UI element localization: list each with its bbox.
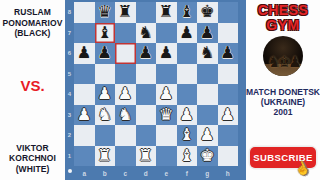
rank-label-5: 5: [65, 64, 74, 85]
square-a1: [74, 146, 95, 167]
file-labels: abcdefgh: [74, 166, 238, 180]
rank-label-7: 7: [65, 23, 74, 44]
square-g8: ♚: [197, 2, 218, 23]
rank-label-8: 8: [65, 2, 74, 23]
chess-board: 87654321 ♛♜♜♝♚♝♞♟♟♟♟♟♟♞♟♟♟♟♟♞♞♛♟♟♝♟♜♜♝♚ …: [65, 0, 246, 180]
file-label-c: c: [115, 166, 136, 180]
right-panel: CHESS GYM ♞♚♟ MATCH DONETSK (UKRAINE) 20…: [246, 0, 320, 180]
piece-white-queen: ♛: [159, 105, 174, 126]
square-e2: [156, 125, 177, 146]
square-g7: ♟: [197, 23, 218, 44]
square-f3: ♟: [177, 105, 198, 126]
piece-black-pawn: ♟: [97, 43, 112, 64]
square-a4: [74, 84, 95, 105]
square-d5: [136, 64, 157, 85]
rank-label-2: 2: [65, 125, 74, 146]
square-a8: [74, 2, 95, 23]
square-g4: [197, 84, 218, 105]
square-b5: [95, 64, 116, 85]
piece-white-pawn: ♟: [118, 84, 133, 105]
square-g6: ♞: [197, 43, 218, 64]
square-b6: ♟: [95, 43, 116, 64]
piece-black-pawn: ♟: [220, 43, 235, 64]
match-info: MATCH DONETSK (UKRAINE) 2001: [246, 87, 320, 117]
square-d2: [136, 125, 157, 146]
rank-label-1: 1: [65, 146, 74, 167]
square-g1: ♚: [197, 146, 218, 167]
square-c2: [115, 125, 136, 146]
square-f7: ♟: [177, 23, 198, 44]
square-c1: [115, 146, 136, 167]
square-c7: [115, 23, 136, 44]
square-c5: [115, 64, 136, 85]
square-e3: ♛: [156, 105, 177, 126]
piece-white-king: ♚: [200, 146, 215, 167]
file-label-d: d: [136, 166, 157, 180]
channel-name: CHESS GYM: [246, 3, 320, 33]
square-e4: ♟: [156, 84, 177, 105]
piece-white-bishop: ♝: [179, 125, 194, 146]
piece-black-king: ♚: [200, 2, 215, 23]
square-a5: [74, 64, 95, 85]
piece-black-pawn: ♟: [159, 43, 174, 64]
piece-black-pawn: ♟: [200, 23, 215, 44]
square-g3: [197, 105, 218, 126]
piece-white-knight: ♞: [97, 105, 112, 126]
piece-white-pawn: ♟: [220, 105, 235, 126]
rank-labels: 87654321: [65, 2, 74, 166]
piece-black-knight: ♞: [138, 23, 153, 44]
piece-white-pawn: ♟: [97, 84, 112, 105]
board-corner-dot: [68, 169, 72, 173]
square-g5: [197, 64, 218, 85]
piece-white-pawn: ♟: [179, 105, 194, 126]
square-c4: ♟: [115, 84, 136, 105]
square-f8: ♝: [177, 2, 198, 23]
piece-white-rook: ♜: [138, 146, 153, 167]
piece-white-pawn: ♟: [77, 105, 92, 126]
piece-white-pawn: ♟: [159, 84, 174, 105]
square-a6: ♟: [74, 43, 95, 64]
file-label-g: g: [197, 166, 218, 180]
square-h6: ♟: [218, 43, 239, 64]
square-h8: [218, 2, 239, 23]
square-b4: ♟: [95, 84, 116, 105]
vs-label: VS.: [0, 77, 65, 94]
chess-pieces-logo-icon: ♞♚♟: [267, 55, 298, 70]
square-b1: ♜: [95, 146, 116, 167]
square-b7: ♝: [95, 23, 116, 44]
square-h3: ♟: [218, 105, 239, 126]
square-f5: [177, 64, 198, 85]
square-f4: [177, 84, 198, 105]
square-e6: ♟: [156, 43, 177, 64]
piece-black-pawn: ♟: [77, 43, 92, 64]
square-d3: [136, 105, 157, 126]
black-player-name: RUSLAM PONOMARIOV (BLACK): [0, 7, 65, 39]
file-label-a: a: [74, 166, 95, 180]
board-grid: ♛♜♜♝♚♝♞♟♟♟♟♟♟♞♟♟♟♟♟♞♞♛♟♟♝♟♜♜♝♚: [74, 2, 238, 166]
square-a3: ♟: [74, 105, 95, 126]
piece-black-rook: ♜: [159, 2, 174, 23]
square-e8: ♜: [156, 2, 177, 23]
square-h2: [218, 125, 239, 146]
white-player-name: VIKTOR KORCHNOI (WHITE): [0, 143, 65, 175]
rank-label-3: 3: [65, 105, 74, 126]
square-h7: [218, 23, 239, 44]
piece-black-knight: ♞: [200, 43, 215, 64]
square-e7: [156, 23, 177, 44]
square-h4: [218, 84, 239, 105]
square-f6: [177, 43, 198, 64]
square-c3: ♞: [115, 105, 136, 126]
video-thumbnail: RUSLAM PONOMARIOV (BLACK) VS. VIKTOR KOR…: [0, 0, 320, 180]
square-f1: ♝: [177, 146, 198, 167]
piece-white-pawn: ♟: [200, 125, 215, 146]
square-d7: ♞: [136, 23, 157, 44]
piece-white-knight: ♞: [118, 105, 133, 126]
piece-black-queen: ♛: [97, 2, 112, 23]
piece-black-bishop: ♝: [97, 23, 112, 44]
square-a7: [74, 23, 95, 44]
square-g2: ♟: [197, 125, 218, 146]
square-d6: ♟: [136, 43, 157, 64]
subscribe-button[interactable]: SUBSCRIBE: [250, 147, 316, 168]
left-panel: RUSLAM PONOMARIOV (BLACK) VS. VIKTOR KOR…: [0, 0, 65, 180]
rank-label-4: 4: [65, 84, 74, 105]
square-c6: [115, 43, 136, 64]
piece-white-rook: ♜: [97, 146, 112, 167]
square-e5: [156, 64, 177, 85]
square-f2: ♝: [177, 125, 198, 146]
square-b3: ♞: [95, 105, 116, 126]
piece-black-pawn: ♟: [138, 43, 153, 64]
square-a2: [74, 125, 95, 146]
piece-black-rook: ♜: [118, 2, 133, 23]
square-c8: ♜: [115, 2, 136, 23]
square-h1: [218, 146, 239, 167]
channel-logo: ♞♚♟: [263, 36, 303, 76]
piece-black-pawn: ♟: [179, 23, 194, 44]
square-d4: [136, 84, 157, 105]
file-label-f: f: [177, 166, 198, 180]
file-label-h: h: [218, 166, 239, 180]
piece-white-bishop: ♝: [179, 146, 194, 167]
square-e1: [156, 146, 177, 167]
square-b8: ♛: [95, 2, 116, 23]
file-label-e: e: [156, 166, 177, 180]
square-d8: [136, 2, 157, 23]
rank-label-6: 6: [65, 43, 74, 64]
square-h5: [218, 64, 239, 85]
file-label-b: b: [95, 166, 116, 180]
square-d1: ♜: [136, 146, 157, 167]
piece-black-bishop: ♝: [179, 2, 194, 23]
square-b2: [95, 125, 116, 146]
